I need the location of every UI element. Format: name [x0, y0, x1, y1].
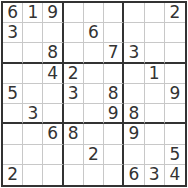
cell-r9c1[interactable]: 2 [3, 165, 23, 185]
given-digit: 9 [47, 4, 58, 21]
cell-r4c2[interactable] [23, 64, 43, 84]
cell-r1c4[interactable] [64, 3, 84, 23]
given-digit: 5 [169, 145, 180, 162]
cell-r4c5[interactable] [84, 64, 104, 84]
cell-r6c5[interactable] [84, 104, 104, 124]
cell-r1c6[interactable] [104, 3, 124, 23]
given-digit: 8 [129, 104, 140, 121]
cell-r2c3[interactable] [43, 23, 63, 43]
given-digit: 7 [108, 44, 119, 61]
given-digit: 8 [68, 125, 79, 142]
cell-r1c3[interactable]: 9 [43, 3, 63, 23]
cell-r9c9[interactable]: 4 [165, 165, 185, 185]
sudoku-page: 6192368734215389398689252634 [0, 0, 188, 188]
given-digit: 4 [169, 166, 180, 183]
cell-r7c7[interactable]: 9 [124, 124, 144, 144]
cell-r9c8[interactable]: 3 [145, 165, 165, 185]
cell-r4c9[interactable] [165, 64, 185, 84]
cell-r7c1[interactable] [3, 124, 23, 144]
given-digit: 3 [7, 24, 18, 41]
given-digit: 1 [27, 4, 38, 21]
cell-r7c8[interactable] [145, 124, 165, 144]
cell-r2c4[interactable] [64, 23, 84, 43]
cell-r6c2[interactable]: 3 [23, 104, 43, 124]
cell-r2c9[interactable] [165, 23, 185, 43]
cell-r6c7[interactable]: 8 [124, 104, 144, 124]
cell-r6c6[interactable]: 9 [104, 104, 124, 124]
cell-r5c5[interactable] [84, 84, 104, 104]
cell-r2c6[interactable] [104, 23, 124, 43]
cell-r3c9[interactable] [165, 43, 185, 63]
cell-r8c4[interactable] [64, 145, 84, 165]
given-digit: 2 [68, 64, 79, 81]
cell-r1c1[interactable]: 6 [3, 3, 23, 23]
cell-r2c1[interactable]: 3 [3, 23, 23, 43]
cell-r5c6[interactable]: 8 [104, 84, 124, 104]
given-digit: 6 [7, 4, 18, 21]
cell-r1c7[interactable] [124, 3, 144, 23]
given-digit: 3 [68, 84, 79, 101]
cell-r3c7[interactable]: 3 [124, 43, 144, 63]
cell-r8c7[interactable] [124, 145, 144, 165]
given-digit: 3 [129, 44, 140, 61]
cell-r1c2[interactable]: 1 [23, 3, 43, 23]
cell-r3c3[interactable]: 8 [43, 43, 63, 63]
cell-r8c3[interactable] [43, 145, 63, 165]
cell-r2c5[interactable]: 6 [84, 23, 104, 43]
given-digit: 6 [129, 166, 140, 183]
cell-r7c6[interactable] [104, 124, 124, 144]
given-digit: 3 [27, 104, 38, 121]
cell-r9c5[interactable] [84, 165, 104, 185]
cell-r4c6[interactable] [104, 64, 124, 84]
given-digit: 8 [47, 44, 58, 61]
cell-r4c7[interactable] [124, 64, 144, 84]
cell-r2c7[interactable] [124, 23, 144, 43]
given-digit: 8 [108, 84, 119, 101]
cell-r5c1[interactable]: 5 [3, 84, 23, 104]
cell-r2c8[interactable] [145, 23, 165, 43]
cell-r4c3[interactable]: 4 [43, 64, 63, 84]
given-digit: 9 [108, 104, 119, 121]
cell-r6c8[interactable] [145, 104, 165, 124]
cell-r3c5[interactable] [84, 43, 104, 63]
cell-r4c4[interactable]: 2 [64, 64, 84, 84]
cell-r3c4[interactable] [64, 43, 84, 63]
given-digit: 3 [149, 166, 160, 183]
cell-r3c6[interactable]: 7 [104, 43, 124, 63]
cell-r5c9[interactable]: 9 [165, 84, 185, 104]
cell-r1c8[interactable] [145, 3, 165, 23]
given-digit: 2 [7, 166, 18, 183]
cell-r8c6[interactable] [104, 145, 124, 165]
given-digit: 9 [129, 125, 140, 142]
cell-r4c8[interactable]: 1 [145, 64, 165, 84]
given-digit: 9 [169, 84, 180, 101]
given-digit: 4 [47, 64, 58, 81]
given-digit: 2 [88, 145, 99, 162]
cell-r1c5[interactable] [84, 3, 104, 23]
sudoku-board: 6192368734215389398689252634 [1, 1, 187, 187]
cell-r9c3[interactable] [43, 165, 63, 185]
cell-r5c8[interactable] [145, 84, 165, 104]
given-digit: 5 [7, 84, 18, 101]
cell-r9c2[interactable] [23, 165, 43, 185]
cell-r4c1[interactable] [3, 64, 23, 84]
cell-r7c4[interactable]: 8 [64, 124, 84, 144]
cell-r5c4[interactable]: 3 [64, 84, 84, 104]
cell-r8c1[interactable] [3, 145, 23, 165]
cell-r8c9[interactable]: 5 [165, 145, 185, 165]
cell-r7c9[interactable] [165, 124, 185, 144]
cell-r5c3[interactable] [43, 84, 63, 104]
cell-r6c4[interactable] [64, 104, 84, 124]
cell-r1c9[interactable]: 2 [165, 3, 185, 23]
cell-r7c3[interactable]: 6 [43, 124, 63, 144]
cell-r9c6[interactable] [104, 165, 124, 185]
cell-r8c8[interactable] [145, 145, 165, 165]
cell-r6c3[interactable] [43, 104, 63, 124]
cell-r8c5[interactable]: 2 [84, 145, 104, 165]
given-digit: 2 [169, 4, 180, 21]
cell-r8c2[interactable] [23, 145, 43, 165]
cell-r7c2[interactable] [23, 124, 43, 144]
cell-r3c8[interactable] [145, 43, 165, 63]
given-digit: 1 [149, 64, 160, 81]
cell-r5c7[interactable] [124, 84, 144, 104]
cell-r6c9[interactable] [165, 104, 185, 124]
cell-r2c2[interactable] [23, 23, 43, 43]
given-digit: 6 [47, 125, 58, 142]
cell-r3c1[interactable] [3, 43, 23, 63]
cell-r5c2[interactable] [23, 84, 43, 104]
cell-r9c4[interactable] [64, 165, 84, 185]
cell-r7c5[interactable] [84, 124, 104, 144]
given-digit: 6 [88, 24, 99, 41]
cell-r9c7[interactable]: 6 [124, 165, 144, 185]
cell-r6c1[interactable] [3, 104, 23, 124]
cell-r3c2[interactable] [23, 43, 43, 63]
